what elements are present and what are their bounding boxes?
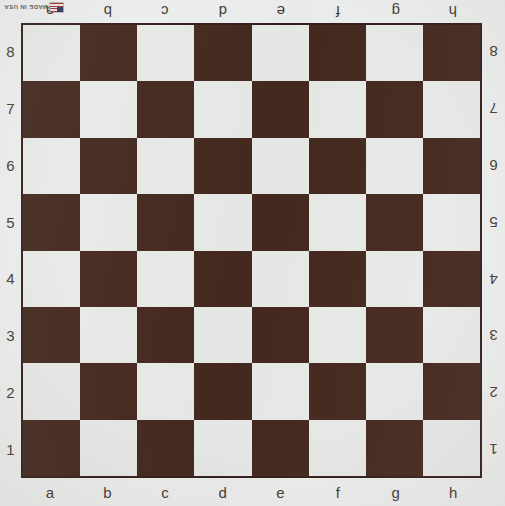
square-a4[interactable] <box>23 251 80 307</box>
square-f3[interactable] <box>309 307 366 363</box>
square-g6[interactable] <box>366 138 423 194</box>
file-label-bottom-g: g <box>367 478 425 506</box>
file-label-bottom-d: d <box>194 478 252 506</box>
file-label-top-c: c <box>136 0 194 23</box>
square-a3[interactable] <box>23 307 80 363</box>
rank-labels-right: 8 7 6 5 4 3 2 1 <box>482 23 505 478</box>
file-label-bottom-c: c <box>136 478 194 506</box>
rank-label-right-6: 6 <box>482 137 505 194</box>
board <box>21 23 482 478</box>
rank-label-right-5: 5 <box>482 194 505 251</box>
square-d5[interactable] <box>194 194 251 250</box>
square-h7[interactable] <box>423 81 480 137</box>
rank-label-right-3: 3 <box>482 307 505 364</box>
square-d4[interactable] <box>194 251 251 307</box>
file-label-top-h: h <box>424 0 482 23</box>
rank-label-left-8: 8 <box>0 23 21 80</box>
square-h6[interactable] <box>423 138 480 194</box>
square-f4[interactable] <box>309 251 366 307</box>
us-flag-icon <box>50 3 63 12</box>
rank-label-left-1: 1 <box>0 421 21 478</box>
file-label-top-g: g <box>367 0 425 23</box>
square-b3[interactable] <box>80 307 137 363</box>
square-g5[interactable] <box>366 194 423 250</box>
file-label-top-d: d <box>194 0 252 23</box>
file-label-bottom-b: b <box>79 478 137 506</box>
square-c4[interactable] <box>137 251 194 307</box>
file-labels-top: a b c d e f g h <box>21 0 482 23</box>
rank-label-left-6: 6 <box>0 137 21 194</box>
square-b4[interactable] <box>80 251 137 307</box>
square-e6[interactable] <box>252 138 309 194</box>
square-f2[interactable] <box>309 363 366 419</box>
square-e2[interactable] <box>252 363 309 419</box>
square-e4[interactable] <box>252 251 309 307</box>
chessboard-photo: MADE IN USA a b c d e f g h 8 7 6 5 4 3 … <box>0 0 505 506</box>
square-h4[interactable] <box>423 251 480 307</box>
square-d7[interactable] <box>194 81 251 137</box>
square-e7[interactable] <box>252 81 309 137</box>
file-label-bottom-h: h <box>424 478 482 506</box>
rank-label-right-8: 8 <box>482 23 505 80</box>
square-a1[interactable] <box>23 420 80 476</box>
square-a7[interactable] <box>23 81 80 137</box>
rank-label-left-3: 3 <box>0 307 21 364</box>
square-d2[interactable] <box>194 363 251 419</box>
square-e8[interactable] <box>252 25 309 81</box>
square-f6[interactable] <box>309 138 366 194</box>
made-in-usa-logo: MADE IN USA <box>4 2 63 13</box>
square-c3[interactable] <box>137 307 194 363</box>
square-e5[interactable] <box>252 194 309 250</box>
square-c8[interactable] <box>137 25 194 81</box>
rank-label-left-4: 4 <box>0 251 21 308</box>
square-c1[interactable] <box>137 420 194 476</box>
square-f1[interactable] <box>309 420 366 476</box>
rank-label-left-2: 2 <box>0 364 21 421</box>
square-f7[interactable] <box>309 81 366 137</box>
square-h3[interactable] <box>423 307 480 363</box>
square-f8[interactable] <box>309 25 366 81</box>
square-c2[interactable] <box>137 363 194 419</box>
file-label-top-b: b <box>79 0 137 23</box>
rank-label-left-5: 5 <box>0 194 21 251</box>
square-d1[interactable] <box>194 420 251 476</box>
file-label-bottom-f: f <box>309 478 367 506</box>
square-d3[interactable] <box>194 307 251 363</box>
rank-label-left-7: 7 <box>0 80 21 137</box>
square-b5[interactable] <box>80 194 137 250</box>
square-d6[interactable] <box>194 138 251 194</box>
rank-label-right-1: 1 <box>482 421 505 478</box>
square-d8[interactable] <box>194 25 251 81</box>
square-g7[interactable] <box>366 81 423 137</box>
square-b1[interactable] <box>80 420 137 476</box>
square-b2[interactable] <box>80 363 137 419</box>
square-g8[interactable] <box>366 25 423 81</box>
square-g2[interactable] <box>366 363 423 419</box>
square-e1[interactable] <box>252 420 309 476</box>
square-h1[interactable] <box>423 420 480 476</box>
square-e3[interactable] <box>252 307 309 363</box>
file-label-top-f: f <box>309 0 367 23</box>
square-h5[interactable] <box>423 194 480 250</box>
rank-labels-left: 8 7 6 5 4 3 2 1 <box>0 23 21 478</box>
made-in-usa-label: MADE IN USA <box>4 5 48 11</box>
square-a2[interactable] <box>23 363 80 419</box>
square-f5[interactable] <box>309 194 366 250</box>
file-label-top-e: e <box>252 0 310 23</box>
rank-label-right-2: 2 <box>482 364 505 421</box>
square-h2[interactable] <box>423 363 480 419</box>
square-c5[interactable] <box>137 194 194 250</box>
square-b6[interactable] <box>80 138 137 194</box>
square-g4[interactable] <box>366 251 423 307</box>
square-c6[interactable] <box>137 138 194 194</box>
file-label-bottom-a: a <box>21 478 79 506</box>
square-a6[interactable] <box>23 138 80 194</box>
square-a8[interactable] <box>23 25 80 81</box>
square-g1[interactable] <box>366 420 423 476</box>
square-h8[interactable] <box>423 25 480 81</box>
square-b8[interactable] <box>80 25 137 81</box>
square-b7[interactable] <box>80 81 137 137</box>
square-g3[interactable] <box>366 307 423 363</box>
file-label-bottom-e: e <box>252 478 310 506</box>
square-a5[interactable] <box>23 194 80 250</box>
rank-label-right-7: 7 <box>482 80 505 137</box>
square-c7[interactable] <box>137 81 194 137</box>
file-labels-bottom: a b c d e f g h <box>21 478 482 506</box>
rank-label-right-4: 4 <box>482 251 505 308</box>
